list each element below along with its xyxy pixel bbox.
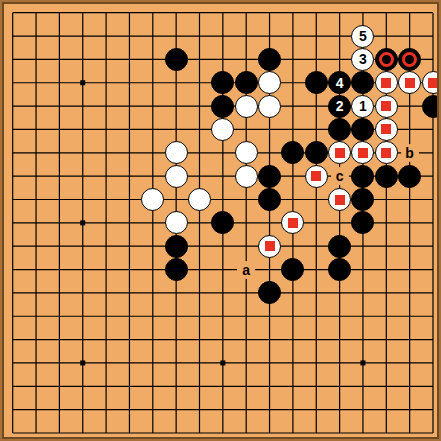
white-stone [235,95,258,118]
move-3-stone: 3 [351,48,374,71]
red-square-marker-icon [265,241,275,251]
red-square-marker-icon [381,78,391,88]
black-stone [375,165,398,188]
red-circle-marker-icon [379,52,394,67]
red-square-marker-icon [358,148,368,158]
black-stone [328,118,351,141]
move-1-stone: 1 [351,95,374,118]
move-5-stone: 5 [351,25,374,48]
black-stone [305,141,328,164]
white-stone-red-square [375,118,398,141]
red-square-marker-icon [288,218,298,228]
white-stone [165,211,188,234]
red-square-marker-icon [381,101,391,111]
point-label-c: c [331,167,349,185]
black-stone [258,48,281,71]
black-stone [165,258,188,281]
black-stone [351,188,374,211]
red-square-marker-icon [311,171,321,181]
white-stone [235,141,258,164]
black-stone [258,281,281,304]
white-stone-red-square [328,188,351,211]
red-square-marker-icon [335,148,345,158]
black-stone [351,211,374,234]
white-stone [188,188,211,211]
black-stone [351,165,374,188]
black-stone [398,165,421,188]
white-stone-red-square [328,141,351,164]
white-stone-red-square [258,235,281,258]
white-stone-red-square [375,141,398,164]
white-stone [258,71,281,94]
stones-layer: 12345abc [0,0,441,441]
black-stone [305,71,328,94]
black-stone [328,235,351,258]
white-stone [235,165,258,188]
black-stone [281,141,304,164]
white-stone-red-square [375,71,398,94]
white-stone [165,141,188,164]
black-stone [328,258,351,281]
black-stone [281,258,304,281]
black-stone [235,71,258,94]
black-stone [211,95,234,118]
black-stone [211,211,234,234]
black-stone [258,165,281,188]
black-stone [351,71,374,94]
black-stone [258,188,281,211]
red-square-marker-icon [381,148,391,158]
white-stone-red-square [375,95,398,118]
white-stone [165,165,188,188]
red-square-marker-icon [335,195,345,205]
white-stone-red-square [305,165,328,188]
white-stone [211,118,234,141]
red-square-marker-icon [405,78,415,88]
white-stone [141,188,164,211]
black-stone [165,48,188,71]
black-stone-red-circle [398,48,421,71]
black-stone [211,71,234,94]
black-stone [422,95,441,118]
white-stone [258,95,281,118]
red-circle-marker-icon [402,52,417,67]
white-stone-red-square [351,141,374,164]
red-square-marker-icon [381,124,391,134]
black-stone-red-circle [375,48,398,71]
go-board: 12345abc [0,0,441,441]
point-label-b: b [401,144,419,162]
white-stone-red-square [398,71,421,94]
white-stone-red-square [422,71,441,94]
move-2-stone: 2 [328,95,351,118]
black-stone [351,118,374,141]
white-stone-red-square [281,211,304,234]
move-4-stone: 4 [328,71,351,94]
red-square-marker-icon [428,78,438,88]
black-stone [165,235,188,258]
point-label-a: a [237,261,255,279]
